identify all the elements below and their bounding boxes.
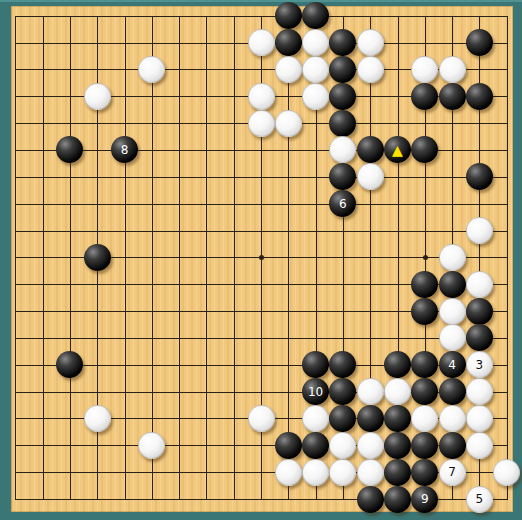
white-stone: [466, 271, 493, 298]
black-stone: 6: [329, 190, 356, 217]
black-stone: [357, 405, 384, 432]
white-stone: [439, 56, 466, 83]
black-stone: [302, 432, 329, 459]
white-stone: [466, 432, 493, 459]
white-stone: [138, 56, 165, 83]
black-stone: [56, 136, 83, 163]
move-number-label: 6: [339, 198, 347, 210]
white-stone: [357, 432, 384, 459]
white-stone: 5: [466, 486, 493, 513]
black-stone: [302, 351, 329, 378]
white-stone: [248, 83, 275, 110]
black-stone: 10: [302, 378, 329, 405]
black-stone: 9: [411, 486, 438, 513]
grid-line-vertical: [288, 16, 289, 500]
white-stone: [357, 378, 384, 405]
black-stone: [329, 29, 356, 56]
white-stone: [302, 56, 329, 83]
white-stone: [439, 324, 466, 351]
move-number-label: 7: [448, 466, 456, 478]
move-number-label: 8: [121, 144, 129, 156]
white-stone: [357, 459, 384, 486]
move-number-label: 5: [476, 493, 484, 505]
white-stone: [357, 163, 384, 190]
white-stone: [329, 136, 356, 163]
white-stone: 7: [439, 459, 466, 486]
black-stone: [329, 405, 356, 432]
black-stone: [411, 351, 438, 378]
grid-line-horizontal: [15, 338, 507, 339]
white-stone: [466, 217, 493, 244]
white-stone: [439, 244, 466, 271]
white-stone: [275, 459, 302, 486]
black-stone: [384, 486, 411, 513]
black-stone: [439, 378, 466, 405]
black-stone: [439, 271, 466, 298]
black-stone: [384, 405, 411, 432]
black-stone: [411, 459, 438, 486]
white-stone: [275, 110, 302, 137]
black-stone: [275, 432, 302, 459]
black-stone: [439, 432, 466, 459]
move-number-label: 4: [448, 359, 456, 371]
white-stone: [84, 83, 111, 110]
black-stone: [466, 83, 493, 110]
white-stone: [357, 29, 384, 56]
star-point: [259, 255, 264, 260]
black-stone: [329, 56, 356, 83]
black-stone: [466, 29, 493, 56]
black-stone: 4: [439, 351, 466, 378]
white-stone: [329, 459, 356, 486]
white-stone: 3: [466, 351, 493, 378]
triangle-marker-icon: ▲: [392, 143, 403, 157]
black-stone: [411, 298, 438, 325]
white-stone: [84, 405, 111, 432]
white-stone: [302, 459, 329, 486]
black-stone: [357, 136, 384, 163]
white-stone: [329, 432, 356, 459]
black-stone: [411, 136, 438, 163]
black-stone: [56, 351, 83, 378]
black-stone: [357, 486, 384, 513]
black-stone: [275, 29, 302, 56]
black-stone: [411, 83, 438, 110]
black-stone: [329, 351, 356, 378]
black-stone: ▲: [384, 136, 411, 163]
star-point: [423, 255, 428, 260]
black-stone: [84, 244, 111, 271]
white-stone: [439, 405, 466, 432]
white-stone: [275, 56, 302, 83]
go-board[interactable]: 8▲64310795: [11, 6, 513, 512]
move-number-label: 10: [308, 386, 323, 398]
black-stone: [384, 351, 411, 378]
white-stone: [411, 56, 438, 83]
white-stone: [411, 405, 438, 432]
black-stone: [384, 459, 411, 486]
black-stone: [411, 432, 438, 459]
white-stone: [493, 459, 520, 486]
white-stone: [384, 378, 411, 405]
black-stone: [329, 378, 356, 405]
black-stone: [302, 2, 329, 29]
black-stone: [275, 2, 302, 29]
white-stone: [302, 405, 329, 432]
black-stone: [439, 83, 466, 110]
black-stone: 8: [111, 136, 138, 163]
white-stone: [302, 83, 329, 110]
white-stone: [138, 432, 165, 459]
black-stone: [329, 110, 356, 137]
black-stone: [329, 83, 356, 110]
white-stone: [248, 29, 275, 56]
black-stone: [329, 163, 356, 190]
black-stone: [411, 378, 438, 405]
move-number-label: 9: [421, 493, 429, 505]
move-number-label: 3: [476, 359, 484, 371]
white-stone: [357, 56, 384, 83]
black-stone: [466, 163, 493, 190]
white-stone: [248, 405, 275, 432]
black-stone: [466, 298, 493, 325]
black-stone: [411, 271, 438, 298]
white-stone: [439, 298, 466, 325]
white-stone: [302, 29, 329, 56]
white-stone: [466, 378, 493, 405]
grid-line-vertical: [507, 16, 508, 500]
black-stone: [466, 324, 493, 351]
white-stone: [466, 405, 493, 432]
white-stone: [248, 110, 275, 137]
black-stone: [384, 432, 411, 459]
go-board-frame: 8▲64310795: [0, 0, 522, 520]
